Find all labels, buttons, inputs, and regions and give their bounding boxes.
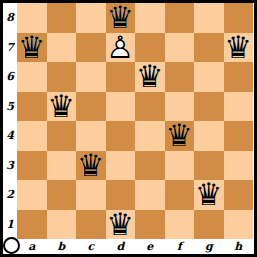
square-d7[interactable]: ♟♙ — [106, 33, 136, 63]
black-queen-icon: ♛ — [76, 151, 106, 181]
square-c3[interactable]: ♛♛ — [76, 151, 106, 181]
square-b5[interactable]: ♛♛ — [47, 92, 77, 122]
chess-board: ♛♛♛♛♟♙♛♛♛♛♛♛♛♛♛♛♛♛♛♛ — [17, 3, 253, 239]
square-a2[interactable] — [17, 180, 47, 210]
square-f8[interactable] — [165, 3, 195, 33]
square-d3[interactable] — [106, 151, 136, 181]
square-h3[interactable] — [224, 151, 254, 181]
square-d5[interactable] — [106, 92, 136, 122]
square-f3[interactable] — [165, 151, 195, 181]
square-h6[interactable] — [224, 62, 254, 92]
rank-label-3: 3 — [3, 151, 17, 181]
rank-label-1: 1 — [3, 210, 17, 240]
file-label-c: c — [76, 239, 106, 254]
square-b4[interactable] — [47, 121, 77, 151]
square-e2[interactable] — [135, 180, 165, 210]
black-queen-icon: ♛ — [165, 121, 195, 151]
square-g4[interactable] — [194, 121, 224, 151]
file-labels: abcdefgh — [17, 239, 253, 254]
square-c2[interactable] — [76, 180, 106, 210]
file-label-g: g — [194, 239, 224, 254]
square-g8[interactable] — [194, 3, 224, 33]
piece-black-queen-f4[interactable]: ♛♛ — [165, 121, 195, 151]
square-h1[interactable] — [224, 210, 254, 240]
square-e1[interactable] — [135, 210, 165, 240]
piece-black-queen-e6[interactable]: ♛♛ — [135, 62, 165, 92]
square-g2[interactable]: ♛♛ — [194, 180, 224, 210]
square-b3[interactable] — [47, 151, 77, 181]
square-d1[interactable]: ♛♛ — [106, 210, 136, 240]
square-e8[interactable] — [135, 3, 165, 33]
file-label-h: h — [224, 239, 254, 254]
file-label-f: f — [165, 239, 195, 254]
square-h5[interactable] — [224, 92, 254, 122]
square-c8[interactable] — [76, 3, 106, 33]
square-g5[interactable] — [194, 92, 224, 122]
square-b7[interactable] — [47, 33, 77, 63]
square-f4[interactable]: ♛♛ — [165, 121, 195, 151]
rank-label-4: 4 — [3, 121, 17, 151]
piece-black-queen-g2[interactable]: ♛♛ — [194, 180, 224, 210]
square-d6[interactable] — [106, 62, 136, 92]
square-h2[interactable] — [224, 180, 254, 210]
black-queen-icon: ♛ — [106, 210, 136, 240]
black-queen-icon: ♛ — [47, 92, 77, 122]
rank-label-2: 2 — [3, 180, 17, 210]
piece-black-queen-d1[interactable]: ♛♛ — [106, 210, 136, 240]
square-a6[interactable] — [17, 62, 47, 92]
square-g6[interactable] — [194, 62, 224, 92]
square-b2[interactable] — [47, 180, 77, 210]
square-c6[interactable] — [76, 62, 106, 92]
rank-label-5: 5 — [3, 92, 17, 122]
file-label-a: a — [17, 239, 47, 254]
square-b1[interactable] — [47, 210, 77, 240]
square-f2[interactable] — [165, 180, 195, 210]
square-c1[interactable] — [76, 210, 106, 240]
diagram-margin: 87654321 ♛♛♛♛♟♙♛♛♛♛♛♛♛♛♛♛♛♛♛♛ abcdefgh — [3, 3, 254, 254]
square-b8[interactable] — [47, 3, 77, 33]
square-a1[interactable] — [17, 210, 47, 240]
file-label-b: b — [47, 239, 77, 254]
black-queen-icon: ♛ — [17, 33, 47, 63]
square-a3[interactable] — [17, 151, 47, 181]
piece-black-queen-b5[interactable]: ♛♛ — [47, 92, 77, 122]
file-label-d: d — [106, 239, 136, 254]
square-g7[interactable] — [194, 33, 224, 63]
square-h7[interactable]: ♛♛ — [224, 33, 254, 63]
chess-diagram-frame: 87654321 ♛♛♛♛♟♙♛♛♛♛♛♛♛♛♛♛♛♛♛♛ abcdefgh — [0, 0, 257, 257]
square-d4[interactable] — [106, 121, 136, 151]
black-queen-icon: ♛ — [224, 33, 254, 63]
piece-black-queen-c3[interactable]: ♛♛ — [76, 151, 106, 181]
square-e4[interactable] — [135, 121, 165, 151]
piece-white-pawn-d7[interactable]: ♟♙ — [106, 33, 136, 63]
square-e5[interactable] — [135, 92, 165, 122]
square-a5[interactable] — [17, 92, 47, 122]
square-c5[interactable] — [76, 92, 106, 122]
square-f1[interactable] — [165, 210, 195, 240]
square-f7[interactable] — [165, 33, 195, 63]
rank-label-7: 7 — [3, 33, 17, 63]
square-f6[interactable] — [165, 62, 195, 92]
rank-labels: 87654321 — [3, 3, 17, 239]
piece-black-queen-a7[interactable]: ♛♛ — [17, 33, 47, 63]
square-h4[interactable] — [224, 121, 254, 151]
black-queen-icon: ♛ — [135, 62, 165, 92]
file-label-e: e — [135, 239, 165, 254]
black-queen-icon: ♛ — [194, 180, 224, 210]
square-e6[interactable]: ♛♛ — [135, 62, 165, 92]
square-g1[interactable] — [194, 210, 224, 240]
rank-label-6: 6 — [3, 62, 17, 92]
square-a7[interactable]: ♛♛ — [17, 33, 47, 63]
square-c7[interactable] — [76, 33, 106, 63]
piece-black-queen-h7[interactable]: ♛♛ — [224, 33, 254, 63]
white-to-move-indicator-icon — [3, 237, 20, 254]
rank-label-8: 8 — [3, 3, 17, 33]
square-a4[interactable] — [17, 121, 47, 151]
square-e3[interactable] — [135, 151, 165, 181]
white-pawn-icon: ♙ — [106, 33, 136, 63]
